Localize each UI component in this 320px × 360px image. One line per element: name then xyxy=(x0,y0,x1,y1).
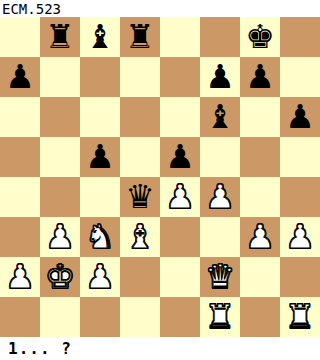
piece-black-pawn: ♟ xyxy=(165,137,195,177)
piece-white-pawn: ♟ xyxy=(285,217,315,257)
piece-white-knight: ♞ xyxy=(85,217,115,257)
square-e1[interactable] xyxy=(160,297,200,337)
square-e2[interactable] xyxy=(160,257,200,297)
square-e4[interactable]: ♟ xyxy=(160,177,200,217)
square-h3[interactable]: ♟ xyxy=(280,217,320,257)
piece-black-pawn: ♟ xyxy=(205,57,235,97)
piece-white-rook: ♜ xyxy=(205,297,235,337)
piece-black-pawn: ♟ xyxy=(85,137,115,177)
square-d7[interactable] xyxy=(120,57,160,97)
square-h8[interactable] xyxy=(280,17,320,57)
piece-white-pawn: ♟ xyxy=(165,177,195,217)
square-b6[interactable] xyxy=(40,97,80,137)
piece-black-rook: ♜ xyxy=(125,17,155,57)
square-b1[interactable] xyxy=(40,297,80,337)
piece-black-queen: ♛ xyxy=(125,177,155,217)
square-b2[interactable]: ♚ xyxy=(40,257,80,297)
square-c2[interactable]: ♟ xyxy=(80,257,120,297)
square-f2[interactable]: ♛ xyxy=(200,257,240,297)
square-a8[interactable] xyxy=(0,17,40,57)
square-g3[interactable]: ♟ xyxy=(240,217,280,257)
square-f4[interactable]: ♟ xyxy=(200,177,240,217)
square-c5[interactable]: ♟ xyxy=(80,137,120,177)
title-bar: ECM.523 xyxy=(0,0,320,17)
square-b8[interactable]: ♜ xyxy=(40,17,80,57)
piece-white-queen: ♛ xyxy=(205,257,235,297)
square-g5[interactable] xyxy=(240,137,280,177)
square-c8[interactable]: ♝ xyxy=(80,17,120,57)
piece-white-pawn: ♟ xyxy=(45,217,75,257)
square-a6[interactable] xyxy=(0,97,40,137)
square-f8[interactable] xyxy=(200,17,240,57)
piece-white-king: ♚ xyxy=(45,257,75,297)
piece-black-bishop: ♝ xyxy=(205,97,235,137)
square-g1[interactable] xyxy=(240,297,280,337)
square-e8[interactable] xyxy=(160,17,200,57)
square-a1[interactable] xyxy=(0,297,40,337)
chess-board: ♜♝♜♚♟♟♟♝♟♟♟♛♟♟♟♞♝♟♟♟♚♟♛♜♜ xyxy=(0,17,320,337)
square-c6[interactable] xyxy=(80,97,120,137)
square-h4[interactable] xyxy=(280,177,320,217)
move-prompt: 1... ? xyxy=(0,339,72,358)
page-title: ECM.523 xyxy=(0,1,61,17)
square-e7[interactable] xyxy=(160,57,200,97)
square-a3[interactable] xyxy=(0,217,40,257)
square-e3[interactable] xyxy=(160,217,200,257)
square-d1[interactable] xyxy=(120,297,160,337)
square-f7[interactable]: ♟ xyxy=(200,57,240,97)
square-h5[interactable] xyxy=(280,137,320,177)
square-c4[interactable] xyxy=(80,177,120,217)
piece-white-pawn: ♟ xyxy=(5,257,35,297)
square-d6[interactable] xyxy=(120,97,160,137)
square-d4[interactable]: ♛ xyxy=(120,177,160,217)
piece-black-pawn: ♟ xyxy=(285,97,315,137)
square-d3[interactable]: ♝ xyxy=(120,217,160,257)
square-g4[interactable] xyxy=(240,177,280,217)
square-e6[interactable] xyxy=(160,97,200,137)
square-d5[interactable] xyxy=(120,137,160,177)
square-b3[interactable]: ♟ xyxy=(40,217,80,257)
piece-black-pawn: ♟ xyxy=(245,57,275,97)
square-g2[interactable] xyxy=(240,257,280,297)
square-c7[interactable] xyxy=(80,57,120,97)
piece-white-pawn: ♟ xyxy=(85,257,115,297)
piece-white-pawn: ♟ xyxy=(245,217,275,257)
square-a4[interactable] xyxy=(0,177,40,217)
square-e5[interactable]: ♟ xyxy=(160,137,200,177)
status-bar: 1... ? xyxy=(0,337,320,360)
square-f3[interactable] xyxy=(200,217,240,257)
square-f6[interactable]: ♝ xyxy=(200,97,240,137)
piece-black-bishop: ♝ xyxy=(85,17,115,57)
square-g6[interactable] xyxy=(240,97,280,137)
square-h6[interactable]: ♟ xyxy=(280,97,320,137)
piece-black-pawn: ♟ xyxy=(5,57,35,97)
square-a5[interactable] xyxy=(0,137,40,177)
piece-black-rook: ♜ xyxy=(45,17,75,57)
piece-white-rook: ♜ xyxy=(285,297,315,337)
piece-black-king: ♚ xyxy=(245,17,275,57)
piece-white-pawn: ♟ xyxy=(205,177,235,217)
square-d8[interactable]: ♜ xyxy=(120,17,160,57)
square-f1[interactable]: ♜ xyxy=(200,297,240,337)
square-h2[interactable] xyxy=(280,257,320,297)
square-g7[interactable]: ♟ xyxy=(240,57,280,97)
square-a2[interactable]: ♟ xyxy=(0,257,40,297)
square-b4[interactable] xyxy=(40,177,80,217)
square-b7[interactable] xyxy=(40,57,80,97)
square-b5[interactable] xyxy=(40,137,80,177)
square-h1[interactable]: ♜ xyxy=(280,297,320,337)
piece-white-bishop: ♝ xyxy=(125,217,155,257)
square-d2[interactable] xyxy=(120,257,160,297)
square-f5[interactable] xyxy=(200,137,240,177)
square-a7[interactable]: ♟ xyxy=(0,57,40,97)
square-c1[interactable] xyxy=(80,297,120,337)
square-h7[interactable] xyxy=(280,57,320,97)
square-c3[interactable]: ♞ xyxy=(80,217,120,257)
square-g8[interactable]: ♚ xyxy=(240,17,280,57)
